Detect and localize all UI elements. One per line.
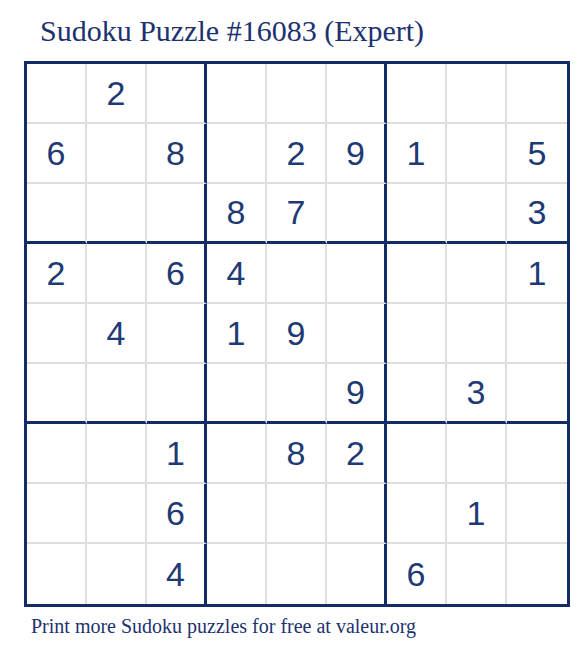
cell-r7c1: [27, 424, 87, 484]
sudoku-board: 26829158732641419931826146: [24, 61, 570, 607]
cell-r9c9: [507, 544, 567, 604]
cell-r2c6: 9: [327, 124, 387, 184]
cell-r8c4: [207, 484, 267, 544]
cell-r5c8: [447, 304, 507, 364]
cell-r4c6: [327, 244, 387, 304]
cell-r7c5: 8: [267, 424, 327, 484]
cell-r7c7: [387, 424, 447, 484]
page-title: Sudoku Puzzle #16083 (Expert): [40, 13, 424, 49]
cell-r5c3: [147, 304, 207, 364]
cell-r8c9: [507, 484, 567, 544]
cell-r4c3: 6: [147, 244, 207, 304]
cell-r7c3: 1: [147, 424, 207, 484]
cell-r2c5: 2: [267, 124, 327, 184]
cell-r9c4: [207, 544, 267, 604]
cell-r2c1: 6: [27, 124, 87, 184]
cell-r2c8: [447, 124, 507, 184]
cell-r6c6: 9: [327, 364, 387, 424]
cell-r6c8: 3: [447, 364, 507, 424]
cell-r8c3: 6: [147, 484, 207, 544]
cell-r7c4: [207, 424, 267, 484]
cell-r1c4: [207, 64, 267, 124]
cell-r2c9: 5: [507, 124, 567, 184]
cell-r9c5: [267, 544, 327, 604]
cell-r1c9: [507, 64, 567, 124]
cell-r1c1: [27, 64, 87, 124]
cell-r7c9: [507, 424, 567, 484]
cell-r8c8: 1: [447, 484, 507, 544]
cell-r4c8: [447, 244, 507, 304]
cell-r5c1: [27, 304, 87, 364]
cell-r9c2: [87, 544, 147, 604]
cell-r3c3: [147, 184, 207, 244]
cell-r4c9: 1: [507, 244, 567, 304]
cell-r1c7: [387, 64, 447, 124]
cell-r2c7: 1: [387, 124, 447, 184]
cell-r1c3: [147, 64, 207, 124]
cell-r8c5: [267, 484, 327, 544]
cell-r5c5: 9: [267, 304, 327, 364]
cell-r8c1: [27, 484, 87, 544]
cell-r4c4: 4: [207, 244, 267, 304]
cell-r6c9: [507, 364, 567, 424]
cell-r6c2: [87, 364, 147, 424]
cell-r3c4: 8: [207, 184, 267, 244]
cell-r2c3: 8: [147, 124, 207, 184]
cell-r6c1: [27, 364, 87, 424]
cell-r6c7: [387, 364, 447, 424]
cell-r9c3: 4: [147, 544, 207, 604]
cell-r3c2: [87, 184, 147, 244]
cell-r7c8: [447, 424, 507, 484]
cell-r3c8: [447, 184, 507, 244]
cell-r4c7: [387, 244, 447, 304]
cell-r8c6: [327, 484, 387, 544]
cell-r1c8: [447, 64, 507, 124]
cell-r4c2: [87, 244, 147, 304]
cell-r9c1: [27, 544, 87, 604]
cell-r7c2: [87, 424, 147, 484]
cell-r2c2: [87, 124, 147, 184]
cell-r9c7: 6: [387, 544, 447, 604]
cell-r9c8: [447, 544, 507, 604]
cell-r8c7: [387, 484, 447, 544]
footer-text: Print more Sudoku puzzles for free at va…: [31, 614, 416, 638]
cell-r6c5: [267, 364, 327, 424]
cell-r3c5: 7: [267, 184, 327, 244]
cell-r5c9: [507, 304, 567, 364]
cell-r7c6: 2: [327, 424, 387, 484]
cell-r1c6: [327, 64, 387, 124]
cell-r6c3: [147, 364, 207, 424]
cell-r6c4: [207, 364, 267, 424]
cell-r5c4: 1: [207, 304, 267, 364]
cell-r3c1: [27, 184, 87, 244]
cell-r3c6: [327, 184, 387, 244]
cell-r5c6: [327, 304, 387, 364]
cell-r5c7: [387, 304, 447, 364]
cell-r2c4: [207, 124, 267, 184]
cell-r9c6: [327, 544, 387, 604]
cell-r5c2: 4: [87, 304, 147, 364]
cell-r3c9: 3: [507, 184, 567, 244]
cell-r4c5: [267, 244, 327, 304]
cell-r1c5: [267, 64, 327, 124]
cell-r1c2: 2: [87, 64, 147, 124]
cell-r3c7: [387, 184, 447, 244]
cell-r4c1: 2: [27, 244, 87, 304]
cell-r8c2: [87, 484, 147, 544]
